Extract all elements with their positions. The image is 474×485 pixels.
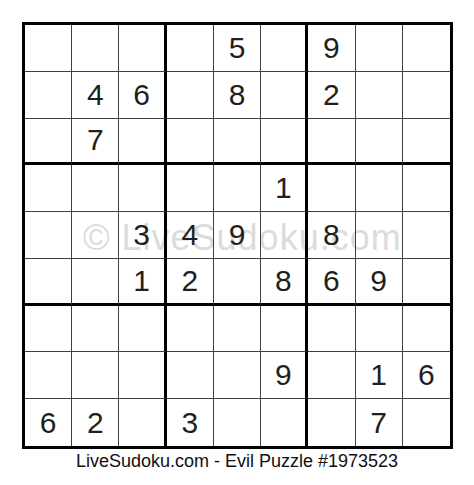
sudoku-grid: 594682713498128699166237 (25, 25, 450, 446)
cell-r4c1-empty[interactable] (25, 165, 72, 212)
cell-r9c2-given-2[interactable]: 2 (72, 399, 119, 446)
cell-r4c9-empty[interactable] (403, 165, 450, 212)
cell-r5c1-empty[interactable] (25, 212, 72, 259)
cell-r8c7-empty[interactable] (308, 352, 355, 399)
cell-r7c3-empty[interactable] (119, 306, 166, 353)
cell-r2c5-given-8[interactable]: 8 (214, 72, 261, 119)
cell-r3c3-empty[interactable] (119, 119, 166, 166)
cell-r8c1-empty[interactable] (25, 352, 72, 399)
cell-r3c9-empty[interactable] (403, 119, 450, 166)
cell-r6c2-empty[interactable] (72, 259, 119, 306)
cell-r7c6-empty[interactable] (261, 306, 308, 353)
cell-r6c6-given-8[interactable]: 8 (261, 259, 308, 306)
cell-r6c5-empty[interactable] (214, 259, 261, 306)
cell-r9c4-given-3[interactable]: 3 (167, 399, 214, 446)
cell-r3c2-given-7[interactable]: 7 (72, 119, 119, 166)
cell-r6c7-given-6[interactable]: 6 (308, 259, 355, 306)
cell-r5c9-empty[interactable] (403, 212, 450, 259)
cell-r2c9-empty[interactable] (403, 72, 450, 119)
cell-r5c6-empty[interactable] (261, 212, 308, 259)
cell-r3c4-empty[interactable] (167, 119, 214, 166)
cell-r1c6-empty[interactable] (261, 25, 308, 72)
cell-r4c7-empty[interactable] (308, 165, 355, 212)
cell-r9c8-given-7[interactable]: 7 (356, 399, 403, 446)
cell-r1c1-empty[interactable] (25, 25, 72, 72)
cell-r8c8-given-1[interactable]: 1 (356, 352, 403, 399)
cell-r1c9-empty[interactable] (403, 25, 450, 72)
cell-r9c5-empty[interactable] (214, 399, 261, 446)
cell-r1c8-empty[interactable] (356, 25, 403, 72)
cell-r5c3-given-3[interactable]: 3 (119, 212, 166, 259)
cell-r3c1-empty[interactable] (25, 119, 72, 166)
cell-r4c4-empty[interactable] (167, 165, 214, 212)
cell-r6c9-empty[interactable] (403, 259, 450, 306)
cell-r9c3-empty[interactable] (119, 399, 166, 446)
cell-r4c3-empty[interactable] (119, 165, 166, 212)
cell-r9c1-given-6[interactable]: 6 (25, 399, 72, 446)
cell-r8c4-empty[interactable] (167, 352, 214, 399)
cell-r9c9-empty[interactable] (403, 399, 450, 446)
cell-r6c1-empty[interactable] (25, 259, 72, 306)
cell-r3c5-empty[interactable] (214, 119, 261, 166)
cell-r3c6-empty[interactable] (261, 119, 308, 166)
cell-r5c4-given-4[interactable]: 4 (167, 212, 214, 259)
sudoku-board: © LiveSudoku.com 59468271349812869916623… (22, 22, 453, 449)
cell-r1c4-empty[interactable] (167, 25, 214, 72)
cell-r8c2-empty[interactable] (72, 352, 119, 399)
cell-r2c4-empty[interactable] (167, 72, 214, 119)
cell-r3c7-empty[interactable] (308, 119, 355, 166)
cell-r4c6-given-1[interactable]: 1 (261, 165, 308, 212)
cell-r6c3-given-1[interactable]: 1 (119, 259, 166, 306)
cell-r4c5-empty[interactable] (214, 165, 261, 212)
cell-r8c9-given-6[interactable]: 6 (403, 352, 450, 399)
cell-r9c6-empty[interactable] (261, 399, 308, 446)
cell-r5c7-given-8[interactable]: 8 (308, 212, 355, 259)
cell-r6c4-given-2[interactable]: 2 (167, 259, 214, 306)
cell-r9c7-empty[interactable] (308, 399, 355, 446)
cell-r2c1-empty[interactable] (25, 72, 72, 119)
cell-r7c4-empty[interactable] (167, 306, 214, 353)
cell-r1c5-given-5[interactable]: 5 (214, 25, 261, 72)
cell-r7c8-empty[interactable] (356, 306, 403, 353)
cell-r1c3-empty[interactable] (119, 25, 166, 72)
cell-r3c8-empty[interactable] (356, 119, 403, 166)
cell-r5c5-given-9[interactable]: 9 (214, 212, 261, 259)
cell-r2c2-given-4[interactable]: 4 (72, 72, 119, 119)
cell-r2c3-given-6[interactable]: 6 (119, 72, 166, 119)
cell-r5c2-empty[interactable] (72, 212, 119, 259)
cell-r2c8-empty[interactable] (356, 72, 403, 119)
cell-r7c2-empty[interactable] (72, 306, 119, 353)
cell-r4c2-empty[interactable] (72, 165, 119, 212)
cell-r6c8-given-9[interactable]: 9 (356, 259, 403, 306)
cell-r1c7-given-9[interactable]: 9 (308, 25, 355, 72)
cell-r7c1-empty[interactable] (25, 306, 72, 353)
cell-r8c3-empty[interactable] (119, 352, 166, 399)
puzzle-caption: LiveSudoku.com - Evil Puzzle #1973523 (0, 451, 474, 472)
cell-r2c6-empty[interactable] (261, 72, 308, 119)
cell-r2c7-given-2[interactable]: 2 (308, 72, 355, 119)
cell-r4c8-empty[interactable] (356, 165, 403, 212)
cell-r1c2-empty[interactable] (72, 25, 119, 72)
cell-r5c8-empty[interactable] (356, 212, 403, 259)
cell-r7c7-empty[interactable] (308, 306, 355, 353)
cell-r7c9-empty[interactable] (403, 306, 450, 353)
cell-r7c5-empty[interactable] (214, 306, 261, 353)
cell-r8c6-given-9[interactable]: 9 (261, 352, 308, 399)
cell-r8c5-empty[interactable] (214, 352, 261, 399)
